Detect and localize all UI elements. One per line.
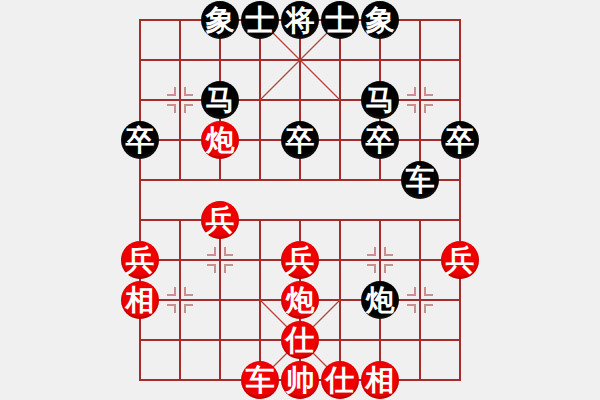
xiangqi-board[interactable]: 象士将士象马马卒炮卒卒卒车兵兵兵兵相炮炮仕车帅仕相 [0, 0, 600, 400]
piece-red-general[interactable]: 帅 [281, 361, 319, 399]
piece-black-horse[interactable]: 马 [361, 81, 399, 119]
piece-black-soldier[interactable]: 卒 [441, 121, 479, 159]
piece-red-cannon[interactable]: 炮 [201, 121, 239, 159]
piece-red-elephant[interactable]: 相 [121, 281, 159, 319]
piece-black-horse[interactable]: 马 [201, 81, 239, 119]
piece-black-cannon[interactable]: 炮 [361, 281, 399, 319]
piece-red-soldier[interactable]: 兵 [121, 241, 159, 279]
piece-red-elephant[interactable]: 相 [361, 361, 399, 399]
piece-black-elephant[interactable]: 象 [361, 1, 399, 39]
piece-black-soldier[interactable]: 卒 [361, 121, 399, 159]
piece-red-cannon[interactable]: 炮 [281, 281, 319, 319]
piece-black-advisor[interactable]: 士 [241, 1, 279, 39]
piece-black-elephant[interactable]: 象 [201, 1, 239, 39]
piece-black-advisor[interactable]: 士 [321, 1, 359, 39]
pieces-layer: 象士将士象马马卒炮卒卒卒车兵兵兵兵相炮炮仕车帅仕相 [120, 0, 480, 400]
piece-red-chariot[interactable]: 车 [241, 361, 279, 399]
piece-black-general[interactable]: 将 [281, 1, 319, 39]
piece-black-soldier[interactable]: 卒 [121, 121, 159, 159]
piece-black-soldier[interactable]: 卒 [281, 121, 319, 159]
piece-red-soldier[interactable]: 兵 [441, 241, 479, 279]
piece-black-chariot[interactable]: 车 [401, 161, 439, 199]
piece-red-advisor[interactable]: 仕 [321, 361, 359, 399]
piece-red-soldier[interactable]: 兵 [201, 201, 239, 239]
piece-red-soldier[interactable]: 兵 [281, 241, 319, 279]
piece-red-advisor[interactable]: 仕 [281, 321, 319, 359]
